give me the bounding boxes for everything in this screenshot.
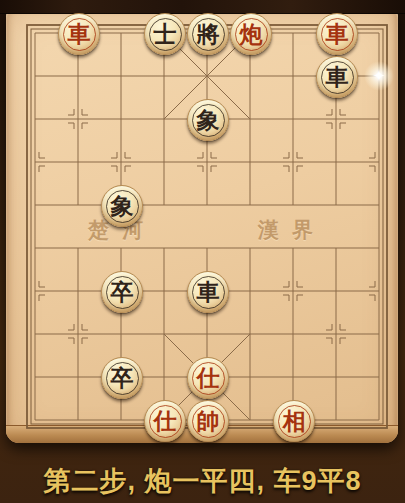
black-soldier[interactable]: 卒	[101, 357, 143, 399]
red-elephant[interactable]: 相	[273, 400, 315, 442]
red-chariot[interactable]: 車	[316, 13, 358, 55]
black-soldier[interactable]: 卒	[101, 271, 143, 313]
red-advisor[interactable]: 仕	[187, 357, 229, 399]
black-elephant[interactable]: 象	[187, 99, 229, 141]
river-label-han: 漢界	[258, 216, 326, 244]
move-caption: 第二步, 炮一平四, 车9平8	[0, 463, 405, 499]
red-cannon[interactable]: 炮	[230, 13, 272, 55]
black-general[interactable]: 將	[187, 13, 229, 55]
black-elephant[interactable]: 象	[101, 185, 143, 227]
black-chariot[interactable]: 車	[187, 271, 229, 313]
black-chariot[interactable]: 車	[316, 56, 358, 98]
black-advisor[interactable]: 士	[144, 13, 186, 55]
xiangqi-game-screen: 楚河 漢界 車士將炮車車象象卒車卒仕仕帥相✦ 第二步, 炮一平四, 车9平8	[0, 0, 405, 503]
red-chariot[interactable]: 車	[58, 13, 100, 55]
red-advisor[interactable]: 仕	[144, 400, 186, 442]
red-general[interactable]: 帥	[187, 400, 229, 442]
